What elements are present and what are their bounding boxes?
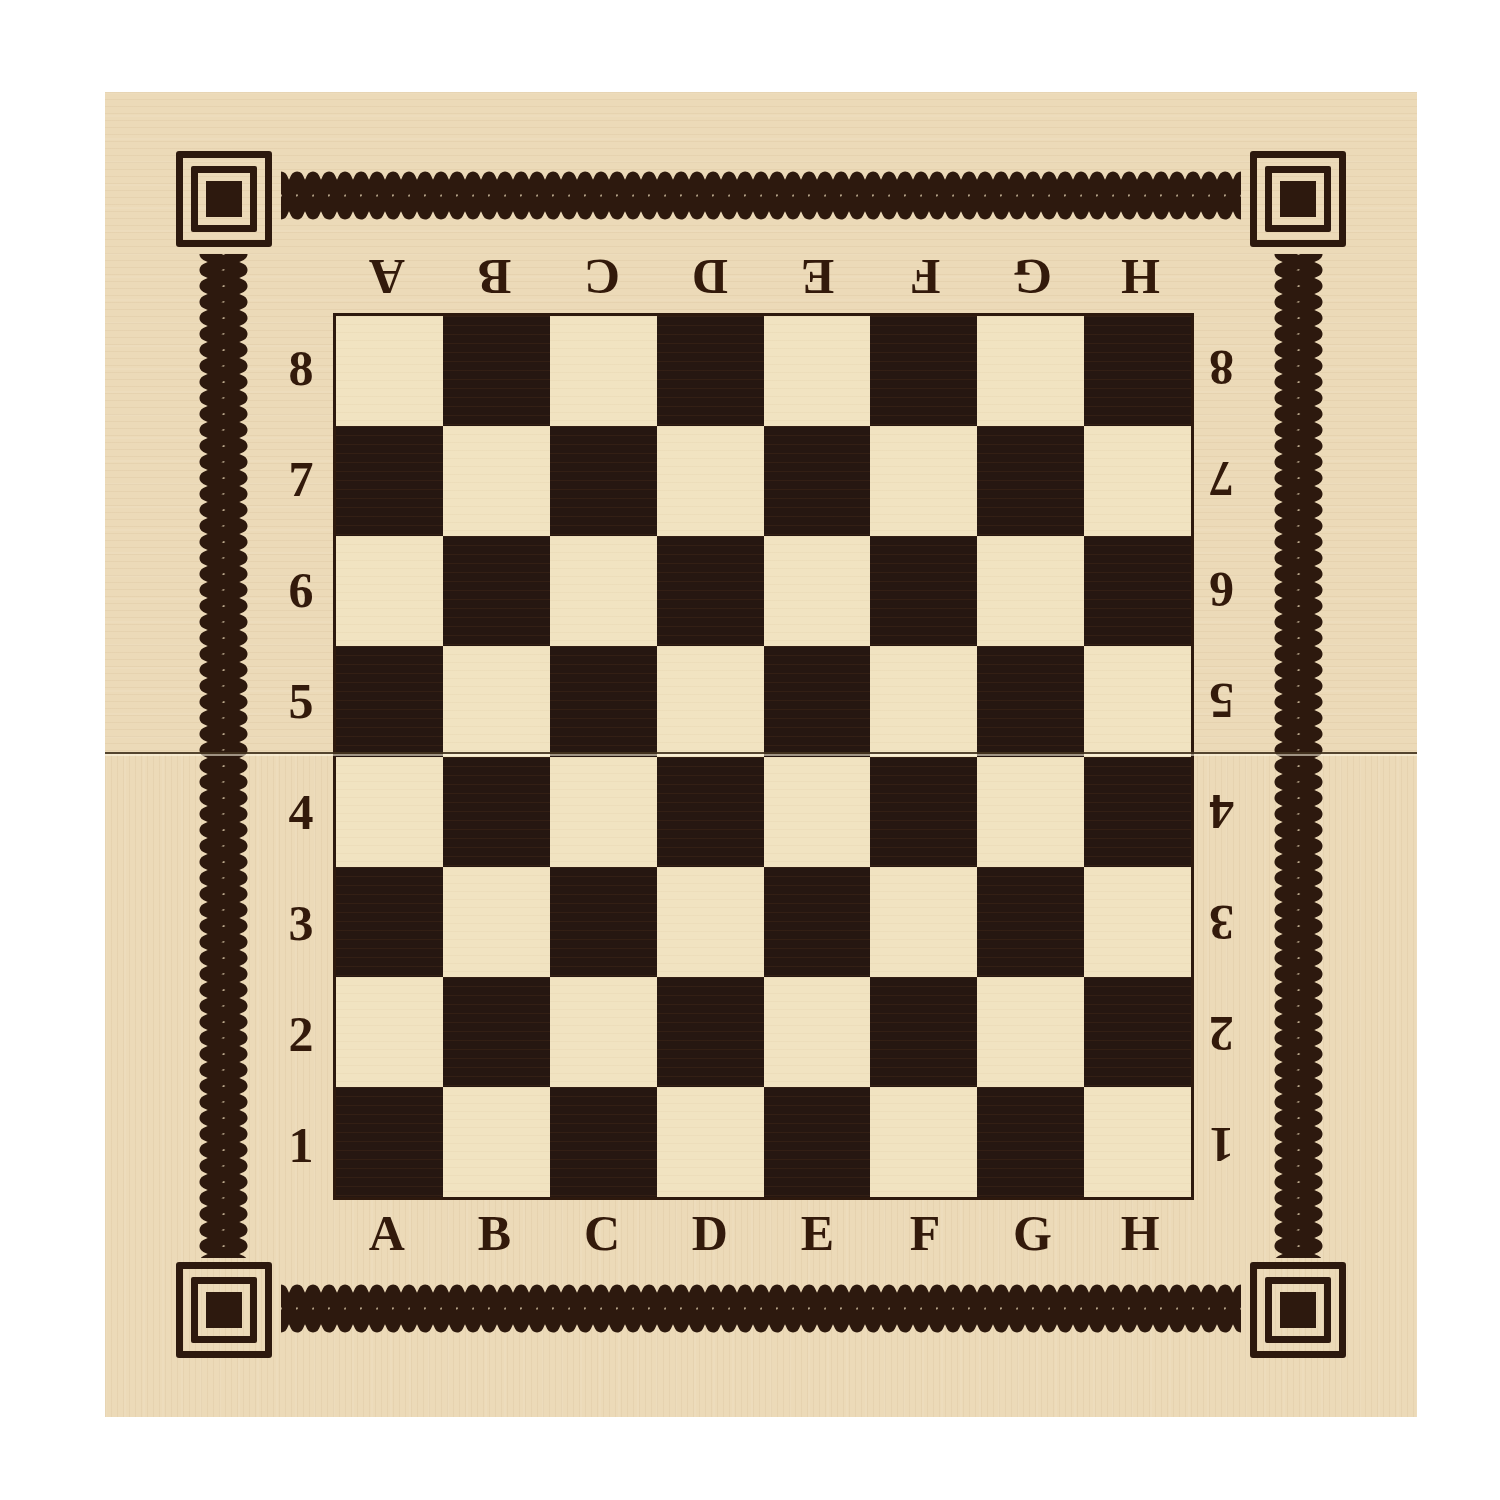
square-e7[interactable] — [764, 426, 871, 536]
square-g4[interactable] — [977, 757, 1084, 867]
square-f3[interactable] — [870, 867, 977, 977]
coord-label-right-1: 1 — [1194, 1089, 1248, 1200]
coord-glyph: B — [478, 1204, 511, 1262]
square-a5[interactable] — [336, 646, 443, 756]
rank-labels-left: 87654321 — [274, 313, 328, 1200]
wooden-board: ABCDEFGH ABCDEFGH 87654321 87654321 — [105, 92, 1417, 1417]
square-b6[interactable] — [443, 536, 550, 646]
square-g2[interactable] — [977, 977, 1084, 1087]
coord-label-bottom-a: A — [333, 1204, 441, 1262]
square-f1[interactable] — [870, 1087, 977, 1197]
coord-label-right-2: 2 — [1194, 978, 1248, 1089]
square-d3[interactable] — [657, 867, 764, 977]
square-b1[interactable] — [443, 1087, 550, 1197]
file-labels-bottom: ABCDEFGH — [333, 1204, 1194, 1262]
square-g6[interactable] — [977, 536, 1084, 646]
coord-label-left-8: 8 — [274, 313, 328, 424]
coord-label-left-7: 7 — [274, 424, 328, 535]
fold-seam-line — [105, 752, 1417, 754]
coord-label-top-a: A — [333, 248, 441, 306]
coord-label-bottom-c: C — [548, 1204, 656, 1262]
coord-label-left-1: 1 — [274, 1089, 328, 1200]
square-a3[interactable] — [336, 867, 443, 977]
square-h1[interactable] — [1084, 1087, 1191, 1197]
corner-motif-middle-ring — [1265, 1277, 1331, 1343]
coord-label-left-2: 2 — [274, 978, 328, 1089]
coord-label-right-3: 3 — [1194, 867, 1248, 978]
square-b7[interactable] — [443, 426, 550, 536]
chess-board — [333, 313, 1194, 1200]
coord-glyph: 1 — [289, 1116, 314, 1174]
square-h6[interactable] — [1084, 536, 1191, 646]
coord-label-right-7: 7 — [1194, 424, 1248, 535]
fold-seam-highlight — [105, 754, 1417, 756]
coord-glyph: 8 — [1209, 339, 1234, 397]
square-h3[interactable] — [1084, 867, 1191, 977]
square-f4[interactable] — [870, 757, 977, 867]
square-b5[interactable] — [443, 646, 550, 756]
corner-motif-middle-ring — [191, 1277, 257, 1343]
square-d6[interactable] — [657, 536, 764, 646]
coord-glyph: 4 — [1209, 783, 1234, 841]
square-e8[interactable] — [764, 316, 871, 426]
coord-label-top-g: G — [979, 248, 1087, 306]
board-photo: ABCDEFGH ABCDEFGH 87654321 87654321 — [0, 0, 1500, 1500]
coord-label-top-c: C — [548, 248, 656, 306]
square-g1[interactable] — [977, 1087, 1084, 1197]
coord-glyph: A — [369, 248, 405, 306]
square-d4[interactable] — [657, 757, 764, 867]
coord-glyph: F — [910, 248, 941, 306]
square-h8[interactable] — [1084, 316, 1191, 426]
square-a2[interactable] — [336, 977, 443, 1087]
coord-glyph: A — [369, 1204, 405, 1262]
braid-border-right — [1270, 254, 1327, 1258]
square-d8[interactable] — [657, 316, 764, 426]
corner-motif-core — [1280, 181, 1316, 217]
coord-glyph: F — [910, 1204, 941, 1262]
corner-motif-bottom-left — [176, 1262, 272, 1358]
coord-label-bottom-d: D — [656, 1204, 764, 1262]
square-a1[interactable] — [336, 1087, 443, 1197]
coord-glyph: D — [692, 1204, 728, 1262]
coord-glyph: 6 — [1209, 561, 1234, 619]
square-g5[interactable] — [977, 646, 1084, 756]
coord-glyph: 2 — [289, 1005, 314, 1063]
square-a7[interactable] — [336, 426, 443, 536]
square-c7[interactable] — [550, 426, 657, 536]
coord-glyph: E — [801, 1204, 834, 1262]
corner-motif-core — [206, 181, 242, 217]
coord-glyph: 5 — [289, 672, 314, 730]
coord-glyph: B — [478, 248, 511, 306]
square-e5[interactable] — [764, 646, 871, 756]
coord-label-bottom-h: H — [1086, 1204, 1194, 1262]
corner-motif-bottom-right — [1250, 1262, 1346, 1358]
square-b8[interactable] — [443, 316, 550, 426]
square-d7[interactable] — [657, 426, 764, 536]
square-e2[interactable] — [764, 977, 871, 1087]
square-a4[interactable] — [336, 757, 443, 867]
coord-glyph: 2 — [1209, 1005, 1234, 1063]
coord-glyph: 8 — [289, 339, 314, 397]
coord-label-bottom-b: B — [441, 1204, 549, 1262]
coord-label-bottom-g: G — [979, 1204, 1087, 1262]
coord-label-top-b: B — [441, 248, 549, 306]
square-c2[interactable] — [550, 977, 657, 1087]
coord-label-right-8: 8 — [1194, 313, 1248, 424]
square-f8[interactable] — [870, 316, 977, 426]
square-f2[interactable] — [870, 977, 977, 1087]
square-g3[interactable] — [977, 867, 1084, 977]
square-h5[interactable] — [1084, 646, 1191, 756]
square-c4[interactable] — [550, 757, 657, 867]
coord-label-top-e: E — [764, 248, 872, 306]
braid-border-top — [281, 167, 1241, 224]
coord-glyph: C — [584, 248, 620, 306]
square-g8[interactable] — [977, 316, 1084, 426]
coord-glyph: 7 — [289, 450, 314, 508]
square-d1[interactable] — [657, 1087, 764, 1197]
coord-label-top-d: D — [656, 248, 764, 306]
square-b3[interactable] — [443, 867, 550, 977]
square-d2[interactable] — [657, 977, 764, 1087]
square-a8[interactable] — [336, 316, 443, 426]
coord-label-top-h: H — [1086, 248, 1194, 306]
coord-glyph: 6 — [289, 561, 314, 619]
square-b2[interactable] — [443, 977, 550, 1087]
fold-seam — [105, 752, 1417, 756]
braid-border-bottom — [281, 1280, 1241, 1337]
coord-glyph: E — [801, 248, 834, 306]
coord-label-bottom-e: E — [764, 1204, 872, 1262]
corner-motif-middle-ring — [191, 166, 257, 232]
coord-glyph: H — [1121, 248, 1160, 306]
coord-label-left-6: 6 — [274, 535, 328, 646]
coord-label-right-4: 4 — [1194, 757, 1248, 868]
square-h7[interactable] — [1084, 426, 1191, 536]
coord-glyph: H — [1121, 1204, 1160, 1262]
square-d5[interactable] — [657, 646, 764, 756]
square-g7[interactable] — [977, 426, 1084, 536]
square-f7[interactable] — [870, 426, 977, 536]
coord-label-bottom-f: F — [871, 1204, 979, 1262]
square-b4[interactable] — [443, 757, 550, 867]
corner-motif-middle-ring — [1265, 166, 1331, 232]
coord-label-left-4: 4 — [274, 757, 328, 868]
square-c3[interactable] — [550, 867, 657, 977]
coord-glyph: G — [1013, 1204, 1052, 1262]
corner-motif-top-right — [1250, 151, 1346, 247]
coord-label-right-6: 6 — [1194, 535, 1248, 646]
square-f6[interactable] — [870, 536, 977, 646]
square-c8[interactable] — [550, 316, 657, 426]
coord-glyph: C — [584, 1204, 620, 1262]
file-labels-top: ABCDEFGH — [333, 248, 1194, 306]
coord-glyph: D — [692, 248, 728, 306]
coord-label-right-5: 5 — [1194, 646, 1248, 757]
square-e6[interactable] — [764, 536, 871, 646]
square-c1[interactable] — [550, 1087, 657, 1197]
coord-glyph: 3 — [1209, 894, 1234, 952]
square-e3[interactable] — [764, 867, 871, 977]
coord-glyph: 7 — [1209, 450, 1234, 508]
coord-label-left-3: 3 — [274, 867, 328, 978]
corner-motif-core — [206, 1292, 242, 1328]
corner-motif-top-left — [176, 151, 272, 247]
coord-glyph: 5 — [1209, 672, 1234, 730]
square-h4[interactable] — [1084, 757, 1191, 867]
square-h2[interactable] — [1084, 977, 1191, 1087]
braid-border-left — [195, 254, 252, 1258]
coord-glyph: 3 — [289, 894, 314, 952]
square-c5[interactable] — [550, 646, 657, 756]
coord-label-top-f: F — [871, 248, 979, 306]
corner-motif-core — [1280, 1292, 1316, 1328]
square-e4[interactable] — [764, 757, 871, 867]
coord-label-left-5: 5 — [274, 646, 328, 757]
rank-labels-right: 87654321 — [1194, 313, 1248, 1200]
coord-glyph: 1 — [1209, 1116, 1234, 1174]
square-e1[interactable] — [764, 1087, 871, 1197]
square-c6[interactable] — [550, 536, 657, 646]
square-f5[interactable] — [870, 646, 977, 756]
coord-glyph: 4 — [289, 783, 314, 841]
square-a6[interactable] — [336, 536, 443, 646]
coord-glyph: G — [1013, 248, 1052, 306]
